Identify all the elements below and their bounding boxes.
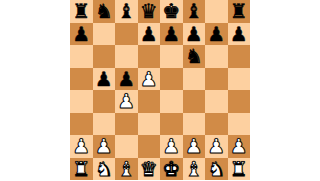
square-e8[interactable]: ♚ — [160, 0, 183, 23]
black-rook[interactable]: ♜ — [72, 0, 90, 23]
black-pawn[interactable]: ♟ — [72, 23, 90, 46]
square-f8[interactable]: ♝ — [183, 0, 206, 23]
square-b7[interactable] — [93, 23, 116, 46]
square-c4[interactable]: ♟ — [115, 90, 138, 113]
square-f5[interactable] — [183, 68, 206, 91]
white-pawn[interactable]: ♟ — [72, 135, 90, 158]
square-c7[interactable] — [115, 23, 138, 46]
square-c3[interactable] — [115, 113, 138, 136]
square-h5[interactable] — [228, 68, 251, 91]
white-knight[interactable]: ♞ — [95, 158, 113, 181]
black-pawn[interactable]: ♟ — [95, 68, 113, 91]
app-frame: ♜♞♝♛♚♝♜♟♟♟♟♟♟♞♟♟♟♟♟♟♟♟♟♟♜♞♝♛♚♝♞♜ — [0, 0, 320, 180]
black-pawn[interactable]: ♟ — [162, 23, 180, 46]
square-c2[interactable] — [115, 135, 138, 158]
square-d6[interactable] — [138, 45, 161, 68]
white-pawn[interactable]: ♟ — [140, 68, 158, 91]
square-d7[interactable]: ♟ — [138, 23, 161, 46]
square-e6[interactable] — [160, 45, 183, 68]
square-f7[interactable]: ♟ — [183, 23, 206, 46]
square-b1[interactable]: ♞ — [93, 158, 116, 181]
square-a7[interactable]: ♟ — [70, 23, 93, 46]
black-knight[interactable]: ♞ — [185, 45, 203, 68]
white-queen[interactable]: ♛ — [140, 158, 158, 181]
black-pawn[interactable]: ♟ — [117, 68, 135, 91]
square-a3[interactable] — [70, 113, 93, 136]
black-bishop[interactable]: ♝ — [117, 0, 135, 23]
white-rook[interactable]: ♜ — [72, 158, 90, 181]
square-h8[interactable]: ♜ — [228, 0, 251, 23]
square-f2[interactable]: ♟ — [183, 135, 206, 158]
white-pawn[interactable]: ♟ — [162, 135, 180, 158]
square-g2[interactable]: ♟ — [205, 135, 228, 158]
square-d8[interactable]: ♛ — [138, 0, 161, 23]
square-h4[interactable] — [228, 90, 251, 113]
square-a1[interactable]: ♜ — [70, 158, 93, 181]
square-c6[interactable] — [115, 45, 138, 68]
square-h6[interactable] — [228, 45, 251, 68]
square-g5[interactable] — [205, 68, 228, 91]
square-b5[interactable]: ♟ — [93, 68, 116, 91]
square-b4[interactable] — [93, 90, 116, 113]
black-queen[interactable]: ♛ — [140, 0, 158, 23]
square-f4[interactable] — [183, 90, 206, 113]
white-bishop[interactable]: ♝ — [185, 158, 203, 181]
square-d1[interactable]: ♛ — [138, 158, 161, 181]
square-b8[interactable]: ♞ — [93, 0, 116, 23]
square-h2[interactable]: ♟ — [228, 135, 251, 158]
square-f6[interactable]: ♞ — [183, 45, 206, 68]
black-rook[interactable]: ♜ — [230, 0, 248, 23]
black-pawn[interactable]: ♟ — [140, 23, 158, 46]
square-d4[interactable] — [138, 90, 161, 113]
black-bishop[interactable]: ♝ — [185, 0, 203, 23]
black-pawn[interactable]: ♟ — [185, 23, 203, 46]
square-f1[interactable]: ♝ — [183, 158, 206, 181]
square-g3[interactable] — [205, 113, 228, 136]
square-e2[interactable]: ♟ — [160, 135, 183, 158]
square-h3[interactable] — [228, 113, 251, 136]
white-bishop[interactable]: ♝ — [117, 158, 135, 181]
square-e5[interactable] — [160, 68, 183, 91]
white-pawn[interactable]: ♟ — [185, 135, 203, 158]
square-g1[interactable]: ♞ — [205, 158, 228, 181]
square-b6[interactable] — [93, 45, 116, 68]
white-pawn[interactable]: ♟ — [207, 135, 225, 158]
square-e7[interactable]: ♟ — [160, 23, 183, 46]
square-c5[interactable]: ♟ — [115, 68, 138, 91]
square-a4[interactable] — [70, 90, 93, 113]
square-e3[interactable] — [160, 113, 183, 136]
square-g8[interactable] — [205, 0, 228, 23]
black-pawn[interactable]: ♟ — [207, 23, 225, 46]
square-h1[interactable]: ♜ — [228, 158, 251, 181]
square-a6[interactable] — [70, 45, 93, 68]
square-a5[interactable] — [70, 68, 93, 91]
square-g4[interactable] — [205, 90, 228, 113]
black-knight[interactable]: ♞ — [95, 0, 113, 23]
square-c8[interactable]: ♝ — [115, 0, 138, 23]
square-d3[interactable] — [138, 113, 161, 136]
white-rook[interactable]: ♜ — [230, 158, 248, 181]
chess-board: ♜♞♝♛♚♝♜♟♟♟♟♟♟♞♟♟♟♟♟♟♟♟♟♟♜♞♝♛♚♝♞♜ — [70, 0, 250, 180]
white-pawn[interactable]: ♟ — [95, 135, 113, 158]
square-f3[interactable] — [183, 113, 206, 136]
letterbox-right — [250, 0, 320, 180]
square-b3[interactable] — [93, 113, 116, 136]
white-knight[interactable]: ♞ — [207, 158, 225, 181]
white-king[interactable]: ♚ — [162, 158, 180, 181]
letterbox-left — [0, 0, 70, 180]
black-king[interactable]: ♚ — [162, 0, 180, 23]
square-e1[interactable]: ♚ — [160, 158, 183, 181]
square-d5[interactable]: ♟ — [138, 68, 161, 91]
white-pawn[interactable]: ♟ — [117, 90, 135, 113]
white-pawn[interactable]: ♟ — [230, 135, 248, 158]
square-c1[interactable]: ♝ — [115, 158, 138, 181]
square-a8[interactable]: ♜ — [70, 0, 93, 23]
square-e4[interactable] — [160, 90, 183, 113]
square-d2[interactable] — [138, 135, 161, 158]
square-a2[interactable]: ♟ — [70, 135, 93, 158]
square-g7[interactable]: ♟ — [205, 23, 228, 46]
square-h7[interactable]: ♟ — [228, 23, 251, 46]
black-pawn[interactable]: ♟ — [230, 23, 248, 46]
square-b2[interactable]: ♟ — [93, 135, 116, 158]
square-g6[interactable] — [205, 45, 228, 68]
